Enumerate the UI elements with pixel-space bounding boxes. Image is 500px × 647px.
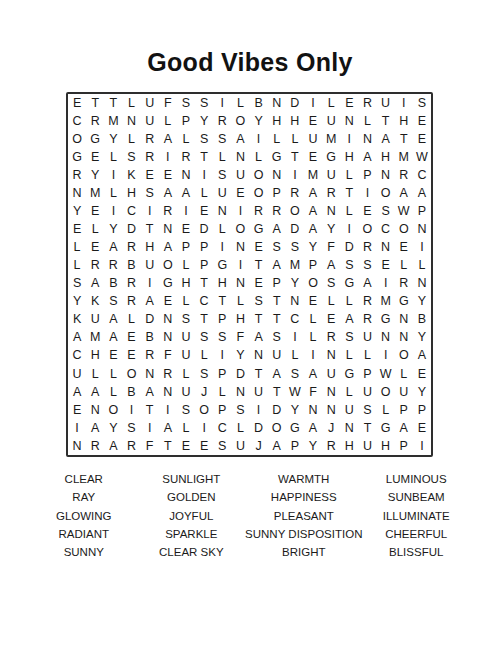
grid-cell-r1c9[interactable]: I xyxy=(213,94,231,112)
grid-cell-r11c1[interactable]: S xyxy=(68,274,86,292)
grid-cell-r19c14[interactable]: A xyxy=(304,419,322,437)
grid-cell-r6c6[interactable]: A xyxy=(159,184,177,202)
grid-cell-r3c10[interactable]: A xyxy=(231,130,249,148)
grid-cell-r16c15[interactable]: U xyxy=(322,365,340,383)
grid-cell-r15c7[interactable]: U xyxy=(177,347,195,365)
grid-cell-r11c8[interactable]: T xyxy=(195,274,213,292)
grid-cell-r5c9[interactable]: S xyxy=(213,166,231,184)
grid-cell-r6c10[interactable]: E xyxy=(231,184,249,202)
grid-cell-r2c11[interactable]: Y xyxy=(249,112,267,130)
grid-cell-r16c12[interactable]: A xyxy=(268,365,286,383)
grid-cell-r2c8[interactable]: Y xyxy=(195,112,213,130)
grid-cell-r18c12[interactable]: D xyxy=(268,401,286,419)
grid-cell-r5c6[interactable]: E xyxy=(159,166,177,184)
grid-cell-r9c2[interactable]: E xyxy=(86,238,104,256)
grid-cell-r10c11[interactable]: T xyxy=(249,256,267,274)
grid-cell-r8c9[interactable]: L xyxy=(213,220,231,238)
grid-cell-r9c12[interactable]: S xyxy=(268,238,286,256)
grid-cell-r7c17[interactable]: E xyxy=(358,202,376,220)
grid-cell-r7c16[interactable]: L xyxy=(340,202,358,220)
grid-cell-r15c16[interactable]: L xyxy=(340,347,358,365)
grid-cell-r11c18[interactable]: I xyxy=(377,274,395,292)
grid-cell-r1c1[interactable]: E xyxy=(68,94,86,112)
grid-cell-r8c18[interactable]: C xyxy=(377,220,395,238)
grid-cell-r12c18[interactable]: M xyxy=(377,293,395,311)
grid-cell-r16c1[interactable]: U xyxy=(68,365,86,383)
grid-cell-r11c20[interactable]: N xyxy=(413,274,431,292)
grid-cell-r20c7[interactable]: E xyxy=(177,437,195,455)
grid-cell-r16c2[interactable]: L xyxy=(86,365,104,383)
grid-cell-r16c17[interactable]: P xyxy=(358,365,376,383)
grid-cell-r13c10[interactable]: H xyxy=(231,311,249,329)
grid-cell-r16c13[interactable]: S xyxy=(286,365,304,383)
grid-cell-r5c16[interactable]: L xyxy=(340,166,358,184)
grid-cell-r9c6[interactable]: A xyxy=(159,238,177,256)
grid-cell-r6c14[interactable]: A xyxy=(304,184,322,202)
grid-cell-r8c4[interactable]: D xyxy=(122,220,140,238)
grid-cell-r9c8[interactable]: P xyxy=(195,238,213,256)
grid-cell-r4c5[interactable]: R xyxy=(141,148,159,166)
grid-cell-r1c17[interactable]: R xyxy=(358,94,376,112)
grid-cell-r6c15[interactable]: R xyxy=(322,184,340,202)
grid-cell-r12c1[interactable]: Y xyxy=(68,293,86,311)
grid-cell-r7c10[interactable]: I xyxy=(231,202,249,220)
grid-cell-r19c12[interactable]: O xyxy=(268,419,286,437)
grid-cell-r10c5[interactable]: U xyxy=(141,256,159,274)
grid-cell-r19c15[interactable]: J xyxy=(322,419,340,437)
grid-cell-r6c13[interactable]: R xyxy=(286,184,304,202)
grid-cell-r18c6[interactable]: I xyxy=(159,401,177,419)
grid-cell-r17c14[interactable]: F xyxy=(304,383,322,401)
grid-cell-r4c14[interactable]: E xyxy=(304,148,322,166)
grid-cell-r16c7[interactable]: L xyxy=(177,365,195,383)
grid-cell-r13c9[interactable]: P xyxy=(213,311,231,329)
grid-cell-r7c18[interactable]: S xyxy=(377,202,395,220)
grid-cell-r12c2[interactable]: K xyxy=(86,293,104,311)
grid-cell-r16c10[interactable]: D xyxy=(231,365,249,383)
grid-cell-r4c11[interactable]: L xyxy=(249,148,267,166)
grid-cell-r7c20[interactable]: P xyxy=(413,202,431,220)
grid-cell-r12c9[interactable]: T xyxy=(213,293,231,311)
grid-cell-r11c2[interactable]: A xyxy=(86,274,104,292)
grid-cell-r6c18[interactable]: O xyxy=(377,184,395,202)
grid-cell-r17c18[interactable]: O xyxy=(377,383,395,401)
grid-cell-r4c20[interactable]: W xyxy=(413,148,431,166)
grid-cell-r6c7[interactable]: A xyxy=(177,184,195,202)
grid-cell-r11c9[interactable]: H xyxy=(213,274,231,292)
grid-cell-r17c1[interactable]: A xyxy=(68,383,86,401)
grid-cell-r5c13[interactable]: I xyxy=(286,166,304,184)
grid-cell-r18c7[interactable]: S xyxy=(177,401,195,419)
grid-cell-r3c12[interactable]: L xyxy=(268,130,286,148)
grid-cell-r14c1[interactable]: A xyxy=(68,329,86,347)
grid-cell-r2c14[interactable]: E xyxy=(304,112,322,130)
grid-cell-r18c5[interactable]: T xyxy=(141,401,159,419)
grid-cell-r7c19[interactable]: W xyxy=(395,202,413,220)
grid-cell-r1c2[interactable]: T xyxy=(86,94,104,112)
grid-cell-r16c6[interactable]: R xyxy=(159,365,177,383)
grid-cell-r10c7[interactable]: L xyxy=(177,256,195,274)
grid-cell-r15c10[interactable]: Y xyxy=(231,347,249,365)
grid-cell-r16c20[interactable]: E xyxy=(413,365,431,383)
grid-cell-r11c16[interactable]: G xyxy=(340,274,358,292)
grid-cell-r14c18[interactable]: N xyxy=(377,329,395,347)
grid-cell-r14c7[interactable]: U xyxy=(177,329,195,347)
grid-cell-r3c8[interactable]: S xyxy=(195,130,213,148)
grid-cell-r4c16[interactable]: H xyxy=(340,148,358,166)
grid-cell-r10c14[interactable]: P xyxy=(304,256,322,274)
grid-cell-r13c2[interactable]: U xyxy=(86,311,104,329)
grid-cell-r4c8[interactable]: T xyxy=(195,148,213,166)
grid-cell-r17c9[interactable]: L xyxy=(213,383,231,401)
grid-cell-r8c16[interactable]: I xyxy=(340,220,358,238)
grid-cell-r8c14[interactable]: A xyxy=(304,220,322,238)
grid-cell-r14c20[interactable]: Y xyxy=(413,329,431,347)
grid-cell-r3c13[interactable]: L xyxy=(286,130,304,148)
grid-cell-r15c8[interactable]: L xyxy=(195,347,213,365)
grid-cell-r5c10[interactable]: U xyxy=(231,166,249,184)
grid-cell-r1c3[interactable]: T xyxy=(104,94,122,112)
grid-cell-r2c10[interactable]: O xyxy=(231,112,249,130)
grid-cell-r14c17[interactable]: U xyxy=(358,329,376,347)
grid-cell-r8c20[interactable]: N xyxy=(413,220,431,238)
grid-cell-r7c2[interactable]: E xyxy=(86,202,104,220)
grid-cell-r18c15[interactable]: N xyxy=(322,401,340,419)
grid-cell-r7c15[interactable]: N xyxy=(322,202,340,220)
grid-cell-r3c1[interactable]: O xyxy=(68,130,86,148)
grid-cell-r11c13[interactable]: Y xyxy=(286,274,304,292)
grid-cell-r20c10[interactable]: U xyxy=(231,437,249,455)
grid-cell-r3c5[interactable]: R xyxy=(141,130,159,148)
grid-cell-r16c3[interactable]: L xyxy=(104,365,122,383)
grid-cell-r19c4[interactable]: S xyxy=(122,419,140,437)
grid-cell-r13c18[interactable]: G xyxy=(377,311,395,329)
grid-cell-r15c4[interactable]: E xyxy=(122,347,140,365)
grid-cell-r4c10[interactable]: N xyxy=(231,148,249,166)
grid-cell-r9c10[interactable]: N xyxy=(231,238,249,256)
grid-cell-r15c14[interactable]: I xyxy=(304,347,322,365)
grid-cell-r18c8[interactable]: O xyxy=(195,401,213,419)
grid-cell-r8c3[interactable]: Y xyxy=(104,220,122,238)
grid-cell-r18c9[interactable]: P xyxy=(213,401,231,419)
grid-cell-r18c4[interactable]: I xyxy=(122,401,140,419)
grid-cell-r8c2[interactable]: L xyxy=(86,220,104,238)
grid-cell-r12c19[interactable]: G xyxy=(395,293,413,311)
grid-cell-r3c19[interactable]: T xyxy=(395,130,413,148)
grid-cell-r15c19[interactable]: O xyxy=(395,347,413,365)
grid-cell-r5c4[interactable]: K xyxy=(122,166,140,184)
grid-cell-r13c19[interactable]: N xyxy=(395,311,413,329)
grid-cell-r20c18[interactable]: H xyxy=(377,437,395,455)
grid-cell-r10c2[interactable]: R xyxy=(86,256,104,274)
grid-cell-r19c11[interactable]: D xyxy=(249,419,267,437)
grid-cell-r18c10[interactable]: S xyxy=(231,401,249,419)
grid-cell-r10c3[interactable]: R xyxy=(104,256,122,274)
grid-cell-r13c20[interactable]: B xyxy=(413,311,431,329)
grid-cell-r2c3[interactable]: M xyxy=(104,112,122,130)
grid-cell-r14c5[interactable]: B xyxy=(141,329,159,347)
grid-cell-r13c4[interactable]: L xyxy=(122,311,140,329)
grid-cell-r11c4[interactable]: R xyxy=(122,274,140,292)
grid-cell-r1c20[interactable]: S xyxy=(413,94,431,112)
grid-cell-r10c17[interactable]: S xyxy=(358,256,376,274)
grid-cell-r1c14[interactable]: I xyxy=(304,94,322,112)
grid-cell-r13c1[interactable]: K xyxy=(68,311,86,329)
grid-cell-r17c19[interactable]: U xyxy=(395,383,413,401)
grid-cell-r20c16[interactable]: H xyxy=(340,437,358,455)
grid-cell-r15c15[interactable]: N xyxy=(322,347,340,365)
grid-cell-r17c3[interactable]: L xyxy=(104,383,122,401)
grid-cell-r1c15[interactable]: L xyxy=(322,94,340,112)
grid-cell-r6c1[interactable]: N xyxy=(68,184,86,202)
grid-cell-r17c8[interactable]: J xyxy=(195,383,213,401)
grid-cell-r17c11[interactable]: U xyxy=(249,383,267,401)
grid-cell-r10c20[interactable]: L xyxy=(413,256,431,274)
grid-cell-r20c17[interactable]: U xyxy=(358,437,376,455)
grid-cell-r14c3[interactable]: A xyxy=(104,329,122,347)
grid-cell-r9c4[interactable]: R xyxy=(122,238,140,256)
grid-cell-r19c13[interactable]: G xyxy=(286,419,304,437)
grid-cell-r6c9[interactable]: U xyxy=(213,184,231,202)
grid-cell-r5c15[interactable]: U xyxy=(322,166,340,184)
grid-cell-r10c12[interactable]: A xyxy=(268,256,286,274)
grid-cell-r19c19[interactable]: A xyxy=(395,419,413,437)
grid-cell-r2c9[interactable]: R xyxy=(213,112,231,130)
grid-cell-r2c17[interactable]: L xyxy=(358,112,376,130)
grid-cell-r11c17[interactable]: A xyxy=(358,274,376,292)
grid-cell-r13c13[interactable]: C xyxy=(286,311,304,329)
grid-cell-r19c6[interactable]: A xyxy=(159,419,177,437)
grid-cell-r9c20[interactable]: I xyxy=(413,238,431,256)
grid-cell-r20c15[interactable]: R xyxy=(322,437,340,455)
grid-cell-r7c11[interactable]: R xyxy=(249,202,267,220)
grid-cell-r15c12[interactable]: U xyxy=(268,347,286,365)
grid-cell-r8c6[interactable]: N xyxy=(159,220,177,238)
grid-cell-r19c3[interactable]: Y xyxy=(104,419,122,437)
grid-cell-r18c20[interactable]: P xyxy=(413,401,431,419)
grid-cell-r5c3[interactable]: I xyxy=(104,166,122,184)
grid-cell-r10c10[interactable]: I xyxy=(231,256,249,274)
grid-cell-r4c12[interactable]: G xyxy=(268,148,286,166)
grid-cell-r19c2[interactable]: A xyxy=(86,419,104,437)
grid-cell-r10c6[interactable]: O xyxy=(159,256,177,274)
grid-cell-r13c17[interactable]: R xyxy=(358,311,376,329)
grid-cell-r5c8[interactable]: I xyxy=(195,166,213,184)
grid-cell-r20c2[interactable]: R xyxy=(86,437,104,455)
grid-cell-r1c11[interactable]: B xyxy=(249,94,267,112)
grid-cell-r1c6[interactable]: F xyxy=(159,94,177,112)
grid-cell-r11c11[interactable]: E xyxy=(249,274,267,292)
grid-cell-r17c7[interactable]: U xyxy=(177,383,195,401)
grid-cell-r4c7[interactable]: R xyxy=(177,148,195,166)
grid-cell-r20c9[interactable]: S xyxy=(213,437,231,455)
grid-cell-r1c8[interactable]: S xyxy=(195,94,213,112)
grid-cell-r12c5[interactable]: A xyxy=(141,293,159,311)
grid-cell-r7c1[interactable]: Y xyxy=(68,202,86,220)
grid-cell-r2c5[interactable]: U xyxy=(141,112,159,130)
grid-cell-r16c16[interactable]: G xyxy=(340,365,358,383)
grid-cell-r6c5[interactable]: S xyxy=(141,184,159,202)
grid-cell-r20c6[interactable]: T xyxy=(159,437,177,455)
grid-cell-r15c1[interactable]: C xyxy=(68,347,86,365)
grid-cell-r5c20[interactable]: C xyxy=(413,166,431,184)
grid-cell-r10c19[interactable]: L xyxy=(395,256,413,274)
grid-cell-r9c14[interactable]: Y xyxy=(304,238,322,256)
grid-cell-r6c2[interactable]: M xyxy=(86,184,104,202)
grid-cell-r15c20[interactable]: A xyxy=(413,347,431,365)
grid-cell-r11c14[interactable]: O xyxy=(304,274,322,292)
grid-cell-r7c6[interactable]: R xyxy=(159,202,177,220)
grid-cell-r4c15[interactable]: G xyxy=(322,148,340,166)
grid-cell-r18c1[interactable]: E xyxy=(68,401,86,419)
grid-cell-r4c3[interactable]: L xyxy=(104,148,122,166)
grid-cell-r6c4[interactable]: H xyxy=(122,184,140,202)
grid-cell-r7c4[interactable]: C xyxy=(122,202,140,220)
grid-cell-r7c9[interactable]: N xyxy=(213,202,231,220)
grid-cell-r18c3[interactable]: O xyxy=(104,401,122,419)
grid-cell-r20c13[interactable]: P xyxy=(286,437,304,455)
grid-cell-r20c11[interactable]: J xyxy=(249,437,267,455)
grid-cell-r1c4[interactable]: L xyxy=(122,94,140,112)
grid-cell-r1c5[interactable]: U xyxy=(141,94,159,112)
grid-cell-r7c7[interactable]: I xyxy=(177,202,195,220)
grid-cell-r10c16[interactable]: S xyxy=(340,256,358,274)
grid-cell-r12c3[interactable]: S xyxy=(104,293,122,311)
grid-cell-r6c16[interactable]: T xyxy=(340,184,358,202)
grid-cell-r16c11[interactable]: T xyxy=(249,365,267,383)
grid-cell-r4c1[interactable]: G xyxy=(68,148,86,166)
grid-cell-r8c7[interactable]: E xyxy=(177,220,195,238)
grid-cell-r1c13[interactable]: D xyxy=(286,94,304,112)
grid-cell-r14c2[interactable]: M xyxy=(86,329,104,347)
grid-cell-r2c20[interactable]: E xyxy=(413,112,431,130)
grid-cell-r12c15[interactable]: L xyxy=(322,293,340,311)
grid-cell-r1c18[interactable]: U xyxy=(377,94,395,112)
grid-cell-r3c20[interactable]: E xyxy=(413,130,431,148)
grid-cell-r17c15[interactable]: N xyxy=(322,383,340,401)
grid-cell-r4c2[interactable]: E xyxy=(86,148,104,166)
grid-cell-r16c5[interactable]: N xyxy=(141,365,159,383)
grid-cell-r9c9[interactable]: I xyxy=(213,238,231,256)
grid-cell-r17c17[interactable]: U xyxy=(358,383,376,401)
grid-cell-r14c4[interactable]: E xyxy=(122,329,140,347)
grid-cell-r9c17[interactable]: R xyxy=(358,238,376,256)
grid-cell-r4c9[interactable]: L xyxy=(213,148,231,166)
grid-cell-r20c20[interactable]: I xyxy=(413,437,431,455)
grid-cell-r14c9[interactable]: S xyxy=(213,329,231,347)
grid-cell-r16c9[interactable]: P xyxy=(213,365,231,383)
grid-cell-r10c18[interactable]: E xyxy=(377,256,395,274)
grid-cell-r11c12[interactable]: P xyxy=(268,274,286,292)
grid-cell-r18c13[interactable]: Y xyxy=(286,401,304,419)
grid-cell-r12c10[interactable]: L xyxy=(231,293,249,311)
grid-cell-r2c4[interactable]: N xyxy=(122,112,140,130)
grid-cell-r5c17[interactable]: P xyxy=(358,166,376,184)
grid-cell-r7c8[interactable]: E xyxy=(195,202,213,220)
grid-cell-r12c16[interactable]: L xyxy=(340,293,358,311)
grid-cell-r12c4[interactable]: R xyxy=(122,293,140,311)
grid-cell-r2c16[interactable]: N xyxy=(340,112,358,130)
grid-cell-r9c1[interactable]: L xyxy=(68,238,86,256)
grid-cell-r13c8[interactable]: T xyxy=(195,311,213,329)
grid-cell-r15c18[interactable]: I xyxy=(377,347,395,365)
grid-cell-r3c6[interactable]: A xyxy=(159,130,177,148)
grid-cell-r12c7[interactable]: L xyxy=(177,293,195,311)
grid-cell-r12c14[interactable]: E xyxy=(304,293,322,311)
grid-cell-r18c11[interactable]: I xyxy=(249,401,267,419)
grid-cell-r8c11[interactable]: G xyxy=(249,220,267,238)
grid-cell-r8c17[interactable]: O xyxy=(358,220,376,238)
grid-cell-r16c19[interactable]: L xyxy=(395,365,413,383)
grid-cell-r6c12[interactable]: P xyxy=(268,184,286,202)
grid-cell-r2c6[interactable]: L xyxy=(159,112,177,130)
grid-cell-r16c8[interactable]: S xyxy=(195,365,213,383)
grid-cell-r5c5[interactable]: E xyxy=(141,166,159,184)
grid-cell-r10c1[interactable]: L xyxy=(68,256,86,274)
grid-cell-r14c19[interactable]: N xyxy=(395,329,413,347)
grid-cell-r11c19[interactable]: R xyxy=(395,274,413,292)
grid-cell-r19c20[interactable]: E xyxy=(413,419,431,437)
grid-cell-r14c12[interactable]: S xyxy=(268,329,286,347)
grid-cell-r14c13[interactable]: I xyxy=(286,329,304,347)
grid-cell-r7c12[interactable]: R xyxy=(268,202,286,220)
grid-cell-r2c12[interactable]: H xyxy=(268,112,286,130)
grid-cell-r3c4[interactable]: L xyxy=(122,130,140,148)
grid-cell-r16c4[interactable]: O xyxy=(122,365,140,383)
grid-cell-r2c7[interactable]: P xyxy=(177,112,195,130)
grid-cell-r1c10[interactable]: L xyxy=(231,94,249,112)
grid-cell-r4c17[interactable]: A xyxy=(358,148,376,166)
grid-cell-r12c13[interactable]: N xyxy=(286,293,304,311)
grid-cell-r13c3[interactable]: A xyxy=(104,311,122,329)
grid-cell-r12c12[interactable]: T xyxy=(268,293,286,311)
grid-cell-r5c14[interactable]: M xyxy=(304,166,322,184)
grid-cell-r14c15[interactable]: R xyxy=(322,329,340,347)
grid-cell-r1c7[interactable]: S xyxy=(177,94,195,112)
grid-cell-r2c15[interactable]: U xyxy=(322,112,340,130)
grid-cell-r15c13[interactable]: L xyxy=(286,347,304,365)
grid-cell-r9c13[interactable]: S xyxy=(286,238,304,256)
grid-cell-r20c4[interactable]: R xyxy=(122,437,140,455)
grid-cell-r19c18[interactable]: G xyxy=(377,419,395,437)
grid-cell-r9c19[interactable]: E xyxy=(395,238,413,256)
grid-cell-r8c13[interactable]: D xyxy=(286,220,304,238)
grid-cell-r19c9[interactable]: C xyxy=(213,419,231,437)
grid-cell-r3c18[interactable]: A xyxy=(377,130,395,148)
grid-cell-r12c11[interactable]: S xyxy=(249,293,267,311)
grid-cell-r13c7[interactable]: S xyxy=(177,311,195,329)
grid-cell-r8c5[interactable]: T xyxy=(141,220,159,238)
grid-cell-r19c16[interactable]: N xyxy=(340,419,358,437)
grid-cell-r13c14[interactable]: L xyxy=(304,311,322,329)
grid-cell-r1c12[interactable]: N xyxy=(268,94,286,112)
grid-cell-r9c3[interactable]: A xyxy=(104,238,122,256)
grid-cell-r20c3[interactable]: A xyxy=(104,437,122,455)
grid-cell-r20c8[interactable]: E xyxy=(195,437,213,455)
grid-cell-r6c19[interactable]: A xyxy=(395,184,413,202)
grid-cell-r13c16[interactable]: A xyxy=(340,311,358,329)
grid-cell-r2c19[interactable]: H xyxy=(395,112,413,130)
grid-cell-r4c4[interactable]: S xyxy=(122,148,140,166)
grid-cell-r15c3[interactable]: E xyxy=(104,347,122,365)
grid-cell-r7c13[interactable]: O xyxy=(286,202,304,220)
grid-cell-r20c1[interactable]: N xyxy=(68,437,86,455)
grid-cell-r2c13[interactable]: H xyxy=(286,112,304,130)
grid-cell-r1c19[interactable]: I xyxy=(395,94,413,112)
grid-cell-r6c20[interactable]: A xyxy=(413,184,431,202)
grid-cell-r10c8[interactable]: P xyxy=(195,256,213,274)
grid-cell-r3c7[interactable]: L xyxy=(177,130,195,148)
